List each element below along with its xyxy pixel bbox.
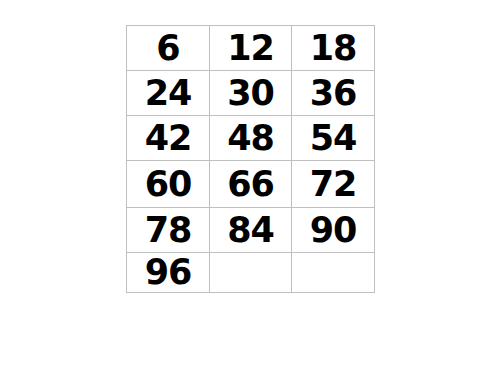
cell-r3c2: 48 [210,116,291,160]
cell-r4c3: 72 [292,161,374,207]
cell-r4c1: 60 [127,161,209,207]
worksheet-page: 6 12 18 24 30 36 42 48 54 60 66 72 78 84… [0,0,500,375]
cell-r6c2-empty [210,253,291,292]
cell-r2c3: 36 [292,71,374,115]
cell-r5c1: 78 [127,208,209,252]
cell-r4c2: 66 [210,161,291,207]
cell-r1c2: 12 [210,26,291,70]
cell-r1c3: 18 [292,26,374,70]
cell-r1c1: 6 [127,26,209,70]
cell-r6c3-empty [292,253,374,292]
cell-r5c2: 84 [210,208,291,252]
cell-r6c1: 96 [127,253,209,292]
cell-r3c3: 54 [292,116,374,160]
cell-r5c3: 90 [292,208,374,252]
multiples-of-6-grid: 6 12 18 24 30 36 42 48 54 60 66 72 78 84… [126,25,375,293]
cell-r3c1: 42 [127,116,209,160]
cell-r2c1: 24 [127,71,209,115]
cell-r2c2: 30 [210,71,291,115]
